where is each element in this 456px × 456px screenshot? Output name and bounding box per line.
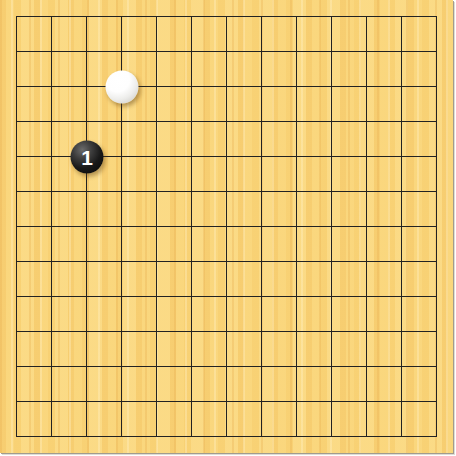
board-cell [367, 367, 402, 402]
board-cell [122, 332, 157, 367]
board-cell [192, 157, 227, 192]
board-cell [17, 52, 52, 87]
board-cell [402, 17, 437, 52]
board-cell [402, 332, 437, 367]
board-cell [262, 122, 297, 157]
board-cell [122, 17, 157, 52]
board-cell [17, 402, 52, 437]
board-cell [17, 367, 52, 402]
board-cell [262, 227, 297, 262]
board-cell [332, 192, 367, 227]
board-cell [87, 262, 122, 297]
board-cell [157, 192, 192, 227]
board-cell [297, 332, 332, 367]
board-cell [332, 262, 367, 297]
board-cell [367, 17, 402, 52]
board-cell [17, 17, 52, 52]
board-cell [157, 297, 192, 332]
board-cell [402, 87, 437, 122]
board-grid-lines [16, 16, 437, 437]
board-cell [87, 297, 122, 332]
board-cell [227, 17, 262, 52]
board-cell [87, 17, 122, 52]
board-cell [122, 122, 157, 157]
board-cell [402, 262, 437, 297]
board-cell [157, 17, 192, 52]
board-cell [262, 262, 297, 297]
board-cell [52, 87, 87, 122]
board-cell [367, 297, 402, 332]
board-cell [192, 297, 227, 332]
board-cell [227, 192, 262, 227]
board-cell [367, 402, 402, 437]
board-cell [332, 87, 367, 122]
go-board[interactable]: 1 [0, 0, 453, 453]
board-cell [402, 227, 437, 262]
board-cell [192, 227, 227, 262]
board-cell [52, 17, 87, 52]
board-cell [17, 192, 52, 227]
board-cell [297, 297, 332, 332]
board-cell [157, 87, 192, 122]
board-cell [87, 402, 122, 437]
board-cell [297, 262, 332, 297]
board-cell [262, 52, 297, 87]
board-cell [262, 87, 297, 122]
board-cell [262, 367, 297, 402]
board-cell [192, 367, 227, 402]
board-cell [52, 367, 87, 402]
board-cell [157, 262, 192, 297]
board-cell [297, 157, 332, 192]
board-cell [87, 367, 122, 402]
board-cell [157, 332, 192, 367]
board-cell [402, 367, 437, 402]
board-cell [52, 297, 87, 332]
board-cell [297, 192, 332, 227]
board-cell [192, 122, 227, 157]
board-cell [17, 157, 52, 192]
board-cell [332, 367, 367, 402]
board-cell [192, 192, 227, 227]
board-cell [227, 227, 262, 262]
board-cell [122, 367, 157, 402]
white-stone-D11 [106, 71, 139, 104]
board-cell [367, 122, 402, 157]
board-cell [367, 87, 402, 122]
board-cell [367, 262, 402, 297]
black-stone-C9: 1 [71, 141, 104, 174]
board-cell [122, 192, 157, 227]
board-cell [402, 52, 437, 87]
board-cell [297, 87, 332, 122]
board-cell [192, 17, 227, 52]
board-cell [367, 332, 402, 367]
board-cell [402, 192, 437, 227]
board-cell [52, 192, 87, 227]
board-cell [332, 122, 367, 157]
board-cell [402, 297, 437, 332]
board-cell [367, 157, 402, 192]
board-cell [332, 402, 367, 437]
board-cell [297, 17, 332, 52]
board-cell [122, 227, 157, 262]
board-cell [157, 367, 192, 402]
board-cell [227, 367, 262, 402]
board-cell [122, 262, 157, 297]
board-cell [402, 157, 437, 192]
board-cell [297, 402, 332, 437]
board-cell [157, 122, 192, 157]
board-cell [227, 122, 262, 157]
board-cell [332, 297, 367, 332]
board-cell [52, 52, 87, 87]
board-cell [262, 402, 297, 437]
board-cell [122, 297, 157, 332]
board-cell [17, 262, 52, 297]
board-cell [157, 402, 192, 437]
board-cell [367, 227, 402, 262]
board-cell [332, 17, 367, 52]
board-cell [227, 87, 262, 122]
board-cell [52, 402, 87, 437]
board-cell [192, 402, 227, 437]
board-cell [17, 122, 52, 157]
board-cell [17, 227, 52, 262]
board-cell [297, 227, 332, 262]
board-cell [227, 297, 262, 332]
board-cell [332, 157, 367, 192]
board-cell [192, 87, 227, 122]
stone-move-number: 1 [81, 147, 93, 168]
go-game-screenshot: 1 [0, 0, 456, 456]
board-cell [192, 332, 227, 367]
board-cell [227, 52, 262, 87]
board-cell [402, 122, 437, 157]
board-cell [262, 17, 297, 52]
board-cell [157, 227, 192, 262]
board-cell [17, 87, 52, 122]
board-cell [157, 157, 192, 192]
board-cell [52, 262, 87, 297]
board-cell [332, 332, 367, 367]
board-cell [157, 52, 192, 87]
board-cell [297, 122, 332, 157]
board-cell [87, 227, 122, 262]
board-cell [192, 262, 227, 297]
board-cell [367, 52, 402, 87]
board-cell [332, 52, 367, 87]
board-cell [332, 227, 367, 262]
board-cell [192, 52, 227, 87]
board-cell [52, 332, 87, 367]
board-cell [122, 402, 157, 437]
board-cell [87, 332, 122, 367]
board-cell [262, 192, 297, 227]
board-cell [17, 297, 52, 332]
board-cell [227, 262, 262, 297]
board-cell [262, 332, 297, 367]
board-cell [52, 227, 87, 262]
board-cell [87, 192, 122, 227]
board-cell [122, 157, 157, 192]
board-cell [262, 297, 297, 332]
board-cell [227, 402, 262, 437]
board-cell [227, 157, 262, 192]
board-cell [17, 332, 52, 367]
board-cell [227, 332, 262, 367]
board-cell [262, 157, 297, 192]
board-cell [367, 192, 402, 227]
board-cell [297, 52, 332, 87]
board-cell [297, 367, 332, 402]
board-cell [402, 402, 437, 437]
